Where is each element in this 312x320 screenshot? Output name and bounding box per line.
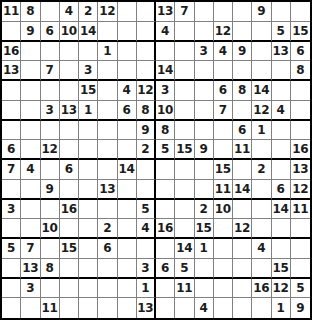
cell-r13c15-empty[interactable]	[272, 239, 291, 259]
cell-r4c13-empty[interactable]	[233, 61, 252, 81]
cell-r2c11-empty[interactable]	[195, 22, 214, 42]
cell-r2c7-empty[interactable]	[118, 22, 137, 42]
cell-r5c10-empty[interactable]	[175, 81, 194, 101]
cell-r11c9-empty[interactable]	[156, 200, 175, 220]
cell-r6c12-given[interactable]: 7	[214, 101, 233, 121]
cell-r3c3-empty[interactable]	[41, 42, 60, 62]
cell-r10c12-given[interactable]: 11	[214, 180, 233, 200]
cell-r10c13-given[interactable]: 14	[233, 180, 252, 200]
cell-r4c8-empty[interactable]	[137, 61, 156, 81]
cell-r15c6-empty[interactable]	[98, 279, 117, 299]
cell-r10c6-given[interactable]: 13	[98, 180, 117, 200]
cell-r7c11-empty[interactable]	[195, 121, 214, 141]
cell-r13c10-given[interactable]: 14	[175, 239, 194, 259]
cell-r10c15-given[interactable]: 6	[272, 180, 291, 200]
cell-r15c10-given[interactable]: 11	[175, 279, 194, 299]
cell-r14c7-empty[interactable]	[118, 259, 137, 279]
cell-r4c6-empty[interactable]	[98, 61, 117, 81]
cell-r3c9-empty[interactable]	[156, 42, 175, 62]
cell-r6c8-given[interactable]: 8	[137, 101, 156, 121]
cell-r9c2-given[interactable]: 4	[21, 160, 40, 180]
cell-r13c3-empty[interactable]	[41, 239, 60, 259]
cell-r15c9-empty[interactable]	[156, 279, 175, 299]
cell-r14c2-given[interactable]: 13	[21, 259, 40, 279]
cell-r16c12-empty[interactable]	[214, 298, 233, 318]
cell-r8c9-given[interactable]: 5	[156, 140, 175, 160]
cell-r12c15-empty[interactable]	[272, 219, 291, 239]
cell-r4c1-given[interactable]: 13	[2, 61, 21, 81]
cell-r9c11-empty[interactable]	[195, 160, 214, 180]
cell-r9c8-empty[interactable]	[137, 160, 156, 180]
cell-r9c4-given[interactable]: 6	[60, 160, 79, 180]
cell-r11c5-empty[interactable]	[79, 200, 98, 220]
cell-r1c14-given[interactable]: 9	[252, 2, 271, 22]
cell-r16c8-given[interactable]: 13	[137, 298, 156, 318]
cell-r3c14-empty[interactable]	[252, 42, 271, 62]
cell-r10c4-empty[interactable]	[60, 180, 79, 200]
cell-r13c13-empty[interactable]	[233, 239, 252, 259]
cell-r15c5-empty[interactable]	[79, 279, 98, 299]
cell-r1c9-given[interactable]: 13	[156, 2, 175, 22]
cell-r7c13-given[interactable]: 6	[233, 121, 252, 141]
cell-r7c5-empty[interactable]	[79, 121, 98, 141]
cell-r12c16-empty[interactable]	[291, 219, 310, 239]
cell-r13c1-given[interactable]: 5	[2, 239, 21, 259]
cell-r5c2-empty[interactable]	[21, 81, 40, 101]
cell-r1c6-given[interactable]: 12	[98, 2, 117, 22]
cell-r7c3-empty[interactable]	[41, 121, 60, 141]
cell-r13c12-empty[interactable]	[214, 239, 233, 259]
cell-r7c16-empty[interactable]	[291, 121, 310, 141]
cell-r2c16-given[interactable]: 15	[291, 22, 310, 42]
cell-r14c1-empty[interactable]	[2, 259, 21, 279]
cell-r14c15-given[interactable]: 15	[272, 259, 291, 279]
cell-r10c2-empty[interactable]	[21, 180, 40, 200]
cell-r2c12-given[interactable]: 12	[214, 22, 233, 42]
cell-r1c4-given[interactable]: 4	[60, 2, 79, 22]
cell-r11c2-empty[interactable]	[21, 200, 40, 220]
cell-r5c4-empty[interactable]	[60, 81, 79, 101]
cell-r1c5-given[interactable]: 2	[79, 2, 98, 22]
cell-r8c4-empty[interactable]	[60, 140, 79, 160]
cell-r1c7-empty[interactable]	[118, 2, 137, 22]
cell-r16c9-empty[interactable]	[156, 298, 175, 318]
cell-r7c12-empty[interactable]	[214, 121, 233, 141]
cell-r1c1-given[interactable]: 11	[2, 2, 21, 22]
cell-r9c9-empty[interactable]	[156, 160, 175, 180]
cell-r13c2-given[interactable]: 7	[21, 239, 40, 259]
cell-r14c13-empty[interactable]	[233, 259, 252, 279]
cell-r5c16-empty[interactable]	[291, 81, 310, 101]
cell-r10c11-empty[interactable]	[195, 180, 214, 200]
cell-r3c7-empty[interactable]	[118, 42, 137, 62]
cell-r14c3-given[interactable]: 8	[41, 259, 60, 279]
cell-r6c14-given[interactable]: 12	[252, 101, 271, 121]
cell-r16c13-empty[interactable]	[233, 298, 252, 318]
cell-r12c7-empty[interactable]	[118, 219, 137, 239]
cell-r16c2-empty[interactable]	[21, 298, 40, 318]
cell-r4c3-given[interactable]: 7	[41, 61, 60, 81]
cell-r16c6-empty[interactable]	[98, 298, 117, 318]
cell-r6c10-empty[interactable]	[175, 101, 194, 121]
cell-r3c4-empty[interactable]	[60, 42, 79, 62]
cell-r14c14-empty[interactable]	[252, 259, 271, 279]
cell-r3c8-empty[interactable]	[137, 42, 156, 62]
cell-r4c7-empty[interactable]	[118, 61, 137, 81]
cell-r4c14-empty[interactable]	[252, 61, 271, 81]
cell-r7c14-given[interactable]: 1	[252, 121, 271, 141]
cell-r16c10-empty[interactable]	[175, 298, 194, 318]
cell-r4c5-given[interactable]: 3	[79, 61, 98, 81]
cell-r14c8-given[interactable]: 3	[137, 259, 156, 279]
cell-r12c11-given[interactable]: 15	[195, 219, 214, 239]
cell-r12c13-given[interactable]: 12	[233, 219, 252, 239]
cell-r12c5-empty[interactable]	[79, 219, 98, 239]
cell-r16c1-empty[interactable]	[2, 298, 21, 318]
cell-r4c9-given[interactable]: 14	[156, 61, 175, 81]
cell-r15c11-empty[interactable]	[195, 279, 214, 299]
cell-r9c6-empty[interactable]	[98, 160, 117, 180]
cell-r2c3-given[interactable]: 6	[41, 22, 60, 42]
cell-r8c2-empty[interactable]	[21, 140, 40, 160]
cell-r12c4-empty[interactable]	[60, 219, 79, 239]
cell-r16c11-given[interactable]: 4	[195, 298, 214, 318]
cell-r10c9-empty[interactable]	[156, 180, 175, 200]
cell-r8c13-given[interactable]: 11	[233, 140, 252, 160]
cell-r16c16-given[interactable]: 9	[291, 298, 310, 318]
cell-r13c16-empty[interactable]	[291, 239, 310, 259]
cell-r7c10-empty[interactable]	[175, 121, 194, 141]
cell-r9c14-given[interactable]: 2	[252, 160, 271, 180]
cell-r5c14-given[interactable]: 14	[252, 81, 271, 101]
cell-r4c16-given[interactable]: 8	[291, 61, 310, 81]
cell-r6c11-empty[interactable]	[195, 101, 214, 121]
cell-r10c5-empty[interactable]	[79, 180, 98, 200]
cell-r1c2-given[interactable]: 8	[21, 2, 40, 22]
cell-r4c12-empty[interactable]	[214, 61, 233, 81]
cell-r16c4-empty[interactable]	[60, 298, 79, 318]
cell-r14c9-given[interactable]: 6	[156, 259, 175, 279]
cell-r12c8-given[interactable]: 4	[137, 219, 156, 239]
cell-r12c12-empty[interactable]	[214, 219, 233, 239]
cell-r3c13-given[interactable]: 9	[233, 42, 252, 62]
cell-r9c10-empty[interactable]	[175, 160, 194, 180]
cell-r15c1-empty[interactable]	[2, 279, 21, 299]
cell-r13c5-empty[interactable]	[79, 239, 98, 259]
cell-r13c11-given[interactable]: 1	[195, 239, 214, 259]
cell-r3c5-empty[interactable]	[79, 42, 98, 62]
cell-r5c11-empty[interactable]	[195, 81, 214, 101]
cell-r12c2-empty[interactable]	[21, 219, 40, 239]
cell-r8c7-empty[interactable]	[118, 140, 137, 160]
cell-r6c2-empty[interactable]	[21, 101, 40, 121]
cell-r10c7-empty[interactable]	[118, 180, 137, 200]
cell-r14c16-empty[interactable]	[291, 259, 310, 279]
cell-r11c12-given[interactable]: 10	[214, 200, 233, 220]
cell-r11c16-given[interactable]: 11	[291, 200, 310, 220]
cell-r6c15-given[interactable]: 4	[272, 101, 291, 121]
cell-r6c13-empty[interactable]	[233, 101, 252, 121]
cell-r3c16-given[interactable]: 6	[291, 42, 310, 62]
cell-r16c14-empty[interactable]	[252, 298, 271, 318]
cell-r8c12-empty[interactable]	[214, 140, 233, 160]
cell-r12c9-given[interactable]: 16	[156, 219, 175, 239]
cell-r9c15-empty[interactable]	[272, 160, 291, 180]
cell-r11c4-given[interactable]: 16	[60, 200, 79, 220]
cell-r3c15-given[interactable]: 13	[272, 42, 291, 62]
cell-r1c16-empty[interactable]	[291, 2, 310, 22]
cell-r7c7-empty[interactable]	[118, 121, 137, 141]
cell-r12c14-empty[interactable]	[252, 219, 271, 239]
cell-r7c8-given[interactable]: 9	[137, 121, 156, 141]
cell-r2c14-empty[interactable]	[252, 22, 271, 42]
cell-r13c4-given[interactable]: 15	[60, 239, 79, 259]
cell-r2c4-given[interactable]: 10	[60, 22, 79, 42]
cell-r16c5-empty[interactable]	[79, 298, 98, 318]
cell-r9c7-given[interactable]: 14	[118, 160, 137, 180]
cell-r7c4-empty[interactable]	[60, 121, 79, 141]
cell-r8c8-given[interactable]: 2	[137, 140, 156, 160]
cell-r6c6-empty[interactable]	[98, 101, 117, 121]
cell-r5c12-given[interactable]: 6	[214, 81, 233, 101]
cell-r4c2-empty[interactable]	[21, 61, 40, 81]
cell-r3c6-given[interactable]: 1	[98, 42, 117, 62]
cell-r9c5-empty[interactable]	[79, 160, 98, 180]
cell-r7c2-empty[interactable]	[21, 121, 40, 141]
cell-r3c11-given[interactable]: 3	[195, 42, 214, 62]
cell-r8c1-given[interactable]: 6	[2, 140, 21, 160]
cell-r15c16-given[interactable]: 5	[291, 279, 310, 299]
cell-r6c9-given[interactable]: 10	[156, 101, 175, 121]
cell-r8c3-given[interactable]: 12	[41, 140, 60, 160]
cell-r8c11-given[interactable]: 9	[195, 140, 214, 160]
cell-r2c1-empty[interactable]	[2, 22, 21, 42]
cell-r6c5-given[interactable]: 1	[79, 101, 98, 121]
cell-r8c6-empty[interactable]	[98, 140, 117, 160]
cell-r14c5-empty[interactable]	[79, 259, 98, 279]
cell-r7c6-empty[interactable]	[98, 121, 117, 141]
cell-r5c7-given[interactable]: 4	[118, 81, 137, 101]
cell-r8c14-empty[interactable]	[252, 140, 271, 160]
cell-r15c4-empty[interactable]	[60, 279, 79, 299]
cell-r12c6-given[interactable]: 2	[98, 219, 117, 239]
cell-r13c6-given[interactable]: 6	[98, 239, 117, 259]
cell-r15c8-given[interactable]: 1	[137, 279, 156, 299]
cell-r15c15-given[interactable]: 12	[272, 279, 291, 299]
cell-r10c14-empty[interactable]	[252, 180, 271, 200]
cell-r13c9-empty[interactable]	[156, 239, 175, 259]
cell-r14c4-empty[interactable]	[60, 259, 79, 279]
cell-r1c10-given[interactable]: 7	[175, 2, 194, 22]
cell-r15c3-empty[interactable]	[41, 279, 60, 299]
cell-r6c3-given[interactable]: 3	[41, 101, 60, 121]
cell-r2c8-empty[interactable]	[137, 22, 156, 42]
cell-r15c7-empty[interactable]	[118, 279, 137, 299]
cell-r10c8-empty[interactable]	[137, 180, 156, 200]
cell-r11c14-empty[interactable]	[252, 200, 271, 220]
cell-r7c9-given[interactable]: 8	[156, 121, 175, 141]
cell-r16c7-empty[interactable]	[118, 298, 137, 318]
cell-r13c8-empty[interactable]	[137, 239, 156, 259]
cell-r3c12-given[interactable]: 4	[214, 42, 233, 62]
cell-r16c15-given[interactable]: 1	[272, 298, 291, 318]
cell-r11c8-given[interactable]: 5	[137, 200, 156, 220]
cell-r11c1-given[interactable]: 3	[2, 200, 21, 220]
cell-r2c15-given[interactable]: 5	[272, 22, 291, 42]
cell-r2c9-given[interactable]: 4	[156, 22, 175, 42]
cell-r11c11-given[interactable]: 2	[195, 200, 214, 220]
cell-r2c6-empty[interactable]	[98, 22, 117, 42]
cell-r10c16-given[interactable]: 12	[291, 180, 310, 200]
cell-r14c11-empty[interactable]	[195, 259, 214, 279]
cell-r4c10-empty[interactable]	[175, 61, 194, 81]
cell-r1c8-empty[interactable]	[137, 2, 156, 22]
cell-r12c10-empty[interactable]	[175, 219, 194, 239]
cell-r8c16-given[interactable]: 16	[291, 140, 310, 160]
cell-r9c16-given[interactable]: 13	[291, 160, 310, 180]
cell-r15c13-empty[interactable]	[233, 279, 252, 299]
cell-r11c15-given[interactable]: 14	[272, 200, 291, 220]
cell-r5c8-given[interactable]: 12	[137, 81, 156, 101]
cell-r6c7-given[interactable]: 6	[118, 101, 137, 121]
cell-r2c2-given[interactable]: 9	[21, 22, 40, 42]
cell-r4c15-empty[interactable]	[272, 61, 291, 81]
cell-r10c1-empty[interactable]	[2, 180, 21, 200]
cell-r8c15-empty[interactable]	[272, 140, 291, 160]
cell-r3c1-given[interactable]: 16	[2, 42, 21, 62]
cell-r14c10-given[interactable]: 5	[175, 259, 194, 279]
cell-r13c14-given[interactable]: 4	[252, 239, 271, 259]
cell-r6c1-empty[interactable]	[2, 101, 21, 121]
cell-r11c13-empty[interactable]	[233, 200, 252, 220]
cell-r1c15-empty[interactable]	[272, 2, 291, 22]
cell-r8c10-given[interactable]: 15	[175, 140, 194, 160]
cell-r13c7-empty[interactable]	[118, 239, 137, 259]
cell-r6c4-given[interactable]: 13	[60, 101, 79, 121]
sudoku-puzzle: 1184212137996101441251516134913613731481…	[0, 0, 312, 320]
cell-r7c1-empty[interactable]	[2, 121, 21, 141]
cell-r3c10-empty[interactable]	[175, 42, 194, 62]
cell-r11c7-empty[interactable]	[118, 200, 137, 220]
cell-r6c16-empty[interactable]	[291, 101, 310, 121]
cell-r3c2-empty[interactable]	[21, 42, 40, 62]
cell-r15c14-given[interactable]: 16	[252, 279, 271, 299]
cell-r1c12-empty[interactable]	[214, 2, 233, 22]
cell-r10c3-given[interactable]: 9	[41, 180, 60, 200]
cell-r9c1-given[interactable]: 7	[2, 160, 21, 180]
cell-r5c3-empty[interactable]	[41, 81, 60, 101]
cell-r16c3-given[interactable]: 11	[41, 298, 60, 318]
cell-r2c10-empty[interactable]	[175, 22, 194, 42]
cell-r12c3-given[interactable]: 10	[41, 219, 60, 239]
cell-r5c13-given[interactable]: 8	[233, 81, 252, 101]
cell-r2c5-given[interactable]: 14	[79, 22, 98, 42]
cell-r5c1-empty[interactable]	[2, 81, 21, 101]
cell-r9c3-empty[interactable]	[41, 160, 60, 180]
cell-r1c13-empty[interactable]	[233, 2, 252, 22]
cell-r12c1-empty[interactable]	[2, 219, 21, 239]
cell-r9c13-empty[interactable]	[233, 160, 252, 180]
cell-r15c12-empty[interactable]	[214, 279, 233, 299]
cell-r10c10-empty[interactable]	[175, 180, 194, 200]
cell-r9c12-given[interactable]: 15	[214, 160, 233, 180]
cell-r2c13-empty[interactable]	[233, 22, 252, 42]
cell-r5c5-given[interactable]: 15	[79, 81, 98, 101]
cell-r11c6-empty[interactable]	[98, 200, 117, 220]
cell-r4c11-empty[interactable]	[195, 61, 214, 81]
cell-r14c12-empty[interactable]	[214, 259, 233, 279]
cell-r4c4-empty[interactable]	[60, 61, 79, 81]
cell-r7c15-empty[interactable]	[272, 121, 291, 141]
cell-r1c11-empty[interactable]	[195, 2, 214, 22]
cell-r5c6-empty[interactable]	[98, 81, 117, 101]
cell-r5c15-empty[interactable]	[272, 81, 291, 101]
cell-r11c10-empty[interactable]	[175, 200, 194, 220]
sudoku-board: 1184212137996101441251516134913613731481…	[0, 0, 312, 320]
cell-r15c2-given[interactable]: 3	[21, 279, 40, 299]
cell-r14c6-empty[interactable]	[98, 259, 117, 279]
cell-r1c3-empty[interactable]	[41, 2, 60, 22]
cell-r11c3-empty[interactable]	[41, 200, 60, 220]
cell-r5c9-given[interactable]: 3	[156, 81, 175, 101]
cell-r8c5-empty[interactable]	[79, 140, 98, 160]
